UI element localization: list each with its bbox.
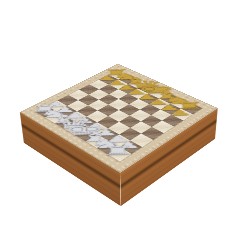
square-g6 xyxy=(151,109,172,121)
piece-silver-pawn: ♟ xyxy=(105,140,152,150)
square-h1: ♜ xyxy=(108,147,131,161)
piece-silver-rook: ♜ xyxy=(93,144,141,157)
square-h3 xyxy=(131,134,154,147)
square-e4 xyxy=(108,110,129,122)
scene-tilt: ♜♞♝♛♚♝♞♜♟♟♟♟♟♟♟♟♟♟♟♟♟♟♟♟♜♞♝♛♚♝♞♜ xyxy=(0,0,240,240)
square-d1: ♛ xyxy=(64,123,86,135)
square-g1: ♞ xyxy=(96,141,119,155)
product-photo-scene: ♜♞♝♛♚♝♞♜♟♟♟♟♟♟♟♟♟♟♟♟♟♟♟♟♜♞♝♛♚♝♞♜ xyxy=(0,0,240,240)
piece-silver-pawn: ♟ xyxy=(73,122,118,131)
square-h5 xyxy=(152,121,174,133)
square-e2: ♟ xyxy=(86,122,108,134)
square-f2: ♟ xyxy=(97,128,119,141)
square-f5 xyxy=(129,110,150,122)
square-e1: ♚ xyxy=(75,128,97,141)
chess-box: ♜♞♝♛♚♝♞♜♟♟♟♟♟♟♟♟♟♟♟♟♟♟♟♟♜♞♝♛♚♝♞♜ xyxy=(20,64,218,173)
piece-silver-pawn: ♟ xyxy=(53,111,97,120)
square-g5 xyxy=(141,115,163,127)
square-d3 xyxy=(87,110,108,122)
square-h6 xyxy=(162,115,184,127)
piece-silver-king: ♚ xyxy=(61,123,107,138)
piece-silver-pawn: ♟ xyxy=(62,116,106,125)
square-c1: ♝ xyxy=(54,117,76,129)
square-b1: ♞ xyxy=(45,111,66,123)
square-h7: ♟ xyxy=(172,109,193,121)
piece-silver-pawn: ♟ xyxy=(94,134,141,144)
square-f4 xyxy=(119,116,141,128)
piece-silver-knight: ♞ xyxy=(82,137,129,150)
square-f3 xyxy=(108,122,130,134)
piece-gold-pawn: ♟ xyxy=(158,108,203,116)
piece-silver-bishop: ♝ xyxy=(71,130,118,144)
square-c2: ♟ xyxy=(66,111,87,123)
square-h4 xyxy=(142,127,164,140)
piece-silver-queen: ♛ xyxy=(51,117,97,131)
square-e3 xyxy=(97,116,119,128)
square-d2: ♟ xyxy=(76,116,98,128)
square-g4 xyxy=(130,121,152,133)
piece-silver-pawn: ♟ xyxy=(83,128,129,137)
square-g2: ♟ xyxy=(108,134,131,147)
piece-silver-bishop: ♝ xyxy=(41,113,86,125)
square-f1: ♝ xyxy=(85,134,108,147)
square-h2: ♟ xyxy=(120,140,143,154)
square-g3 xyxy=(119,127,141,140)
